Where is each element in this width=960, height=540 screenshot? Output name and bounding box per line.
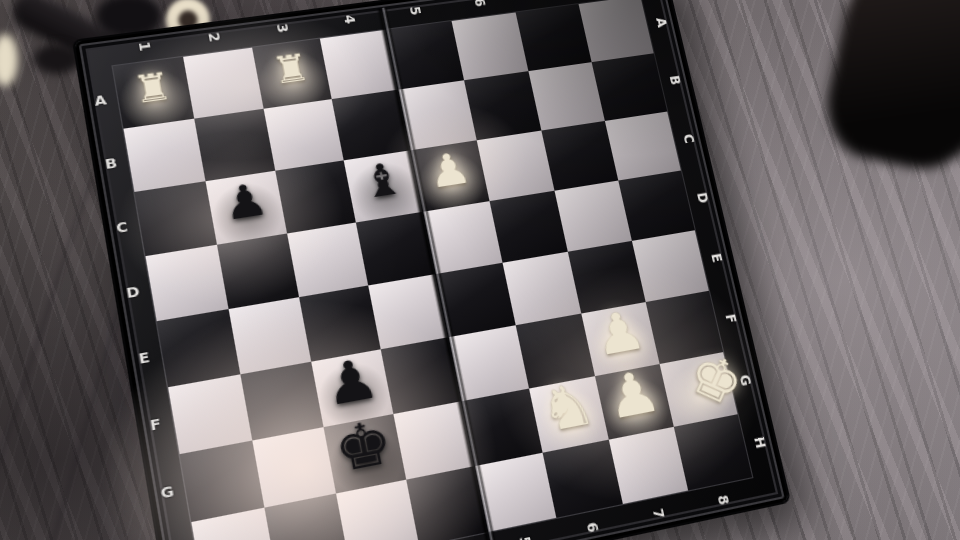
captured-black-piece: [34, 44, 80, 74]
file-label-right-D: D: [692, 187, 715, 208]
rank-label-top-3: 3: [271, 18, 295, 39]
file-label-left-G: G: [154, 479, 180, 504]
white-pawn-glyph: ♟: [589, 302, 650, 364]
rank-label-top-5: 5: [404, 0, 427, 20]
square-d2[interactable]: [217, 233, 299, 309]
square-a5[interactable]: [386, 21, 464, 90]
file-label-left-C: C: [109, 215, 134, 238]
white-rook-glyph: ♜: [130, 67, 175, 109]
square-b5[interactable]: [398, 80, 476, 150]
piece-black-bishop-c4[interactable]: ♝: [344, 150, 424, 222]
black-pawn-glyph: ♟: [219, 177, 271, 228]
file-label-right-H: H: [749, 431, 772, 454]
piece-white-king-g8[interactable]: ♚: [660, 352, 738, 427]
cream-piece-at-edge: [0, 34, 18, 86]
square-e5[interactable]: [436, 263, 516, 337]
photo-scene: { "game": "chess", "scene_description": …: [0, 0, 960, 540]
square-d8[interactable]: [618, 171, 695, 241]
square-c8[interactable]: [605, 112, 681, 181]
file-label-left-D: D: [120, 280, 145, 303]
rank-label-bottom-7: 7: [647, 502, 671, 526]
file-label-right-B: B: [665, 70, 687, 90]
file-label-right-E: E: [706, 247, 729, 268]
piece-white-rook-a3[interactable]: ♜: [252, 39, 332, 109]
white-pawn-glyph: ♟: [424, 146, 474, 195]
piece-black-king-g3[interactable]: ♚: [324, 414, 407, 493]
square-h4[interactable]: [406, 466, 488, 540]
square-d1[interactable]: [145, 245, 228, 322]
file-label-left-F: F: [143, 412, 169, 436]
square-a2[interactable]: [183, 48, 264, 119]
file-label-left-E: E: [131, 345, 156, 369]
square-b2[interactable]: [194, 109, 275, 181]
square-h8[interactable]: [674, 414, 752, 490]
square-a8[interactable]: [579, 0, 654, 62]
chess-board: 1122334455667788AABBCCDDEEFFGGHH ♜♜♟♝♟♟♚…: [75, 0, 789, 540]
rank-label-bottom-8: 8: [712, 488, 736, 511]
square-d3[interactable]: [287, 222, 368, 297]
square-c1[interactable]: [134, 181, 217, 256]
piece-white-pawn-c5[interactable]: ♟: [411, 140, 490, 211]
black-pawn-glyph: ♟: [319, 349, 383, 414]
file-label-right-C: C: [678, 128, 701, 149]
file-label-right-F: F: [720, 308, 743, 330]
file-label-left-A: A: [88, 89, 113, 111]
file-label-right-A: A: [651, 13, 673, 33]
file-label-left-B: B: [99, 152, 124, 174]
white-knight-glyph: ♞: [535, 374, 601, 442]
square-c3[interactable]: [275, 160, 356, 233]
square-b3[interactable]: [264, 99, 344, 171]
dark-case-top-right: [817, 0, 960, 180]
rank-label-top-1: 1: [133, 36, 157, 57]
rank-label-top-4: 4: [338, 9, 361, 29]
white-pawn-glyph: ♟: [600, 362, 665, 429]
square-e4[interactable]: [368, 274, 449, 349]
square-d5[interactable]: [423, 201, 502, 274]
piece-black-pawn-c2[interactable]: ♟: [206, 171, 288, 245]
square-b1[interactable]: [123, 119, 205, 192]
black-king-glyph: ♚: [330, 411, 398, 481]
square-b4[interactable]: [332, 90, 411, 161]
piece-white-rook-a1[interactable]: ♜: [113, 57, 194, 129]
square-d4[interactable]: [356, 212, 436, 286]
white-rook-glyph: ♜: [269, 48, 313, 89]
rank-label-bottom-6: 6: [581, 515, 605, 539]
square-e8[interactable]: [632, 230, 709, 302]
square-b8[interactable]: [592, 53, 668, 121]
rank-label-top-2: 2: [203, 27, 227, 48]
board-grid: [113, 0, 752, 540]
square-a4[interactable]: [320, 30, 399, 99]
black-bishop-glyph: ♝: [357, 156, 408, 206]
